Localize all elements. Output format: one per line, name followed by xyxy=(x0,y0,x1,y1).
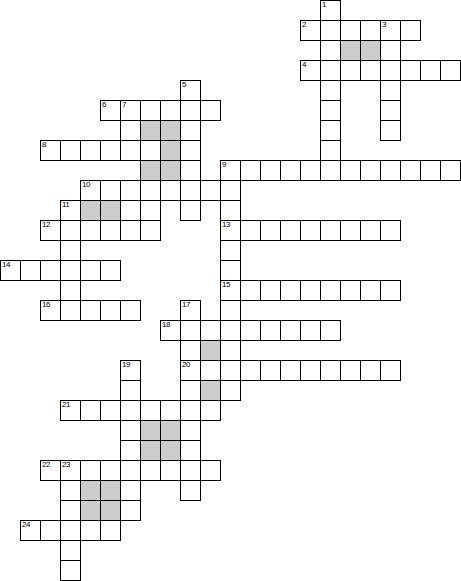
shaded-cell xyxy=(160,420,181,441)
letter-cell[interactable] xyxy=(120,200,141,221)
letter-cell[interactable] xyxy=(220,220,241,241)
letter-cell[interactable] xyxy=(320,280,341,301)
letter-cell[interactable] xyxy=(80,400,101,421)
letter-cell[interactable] xyxy=(340,220,361,241)
letter-cell[interactable] xyxy=(60,540,81,561)
letter-cell[interactable] xyxy=(220,280,241,301)
letter-cell[interactable] xyxy=(200,320,221,341)
letter-cell[interactable] xyxy=(420,60,441,81)
letter-cell[interactable] xyxy=(360,60,381,81)
letter-cell[interactable] xyxy=(120,480,141,501)
letter-cell[interactable] xyxy=(120,400,141,421)
letter-cell[interactable] xyxy=(440,160,461,181)
letter-cell[interactable] xyxy=(380,40,401,61)
letter-cell[interactable] xyxy=(60,280,81,301)
letter-cell[interactable] xyxy=(120,120,141,141)
letter-cell[interactable] xyxy=(220,240,241,261)
letter-cell[interactable] xyxy=(260,280,281,301)
shaded-cell xyxy=(100,480,121,501)
letter-cell[interactable] xyxy=(200,180,221,201)
letter-cell[interactable] xyxy=(360,360,381,381)
letter-cell[interactable] xyxy=(260,220,281,241)
letter-cell[interactable] xyxy=(180,340,201,361)
letter-cell[interactable] xyxy=(140,140,161,161)
letter-cell[interactable] xyxy=(140,180,161,201)
shaded-cell xyxy=(140,420,161,441)
letter-cell[interactable] xyxy=(60,300,81,321)
letter-cell[interactable] xyxy=(400,60,421,81)
letter-cell[interactable] xyxy=(180,100,201,121)
letter-cell[interactable] xyxy=(200,400,221,421)
letter-cell[interactable] xyxy=(120,140,141,161)
letter-cell[interactable] xyxy=(120,360,141,381)
letter-cell[interactable] xyxy=(380,120,401,141)
shaded-cell xyxy=(360,40,381,61)
letter-cell[interactable] xyxy=(120,500,141,521)
letter-cell[interactable] xyxy=(40,220,61,241)
letter-cell[interactable] xyxy=(140,200,161,221)
letter-cell[interactable] xyxy=(220,200,241,221)
letter-cell[interactable] xyxy=(320,100,341,121)
letter-cell[interactable] xyxy=(320,160,341,181)
letter-cell[interactable] xyxy=(60,260,81,281)
letter-cell[interactable] xyxy=(120,420,141,441)
letter-cell[interactable] xyxy=(180,320,201,341)
letter-cell[interactable] xyxy=(260,360,281,381)
letter-cell[interactable] xyxy=(180,160,201,181)
letter-cell[interactable] xyxy=(340,160,361,181)
letter-cell[interactable] xyxy=(20,260,41,281)
letter-cell[interactable] xyxy=(80,220,101,241)
letter-cell[interactable] xyxy=(80,260,101,281)
letter-cell[interactable] xyxy=(160,460,181,481)
letter-cell[interactable] xyxy=(120,380,141,401)
letter-cell[interactable] xyxy=(340,280,361,301)
letter-cell[interactable] xyxy=(40,520,61,541)
letter-cell[interactable] xyxy=(120,460,141,481)
letter-cell[interactable] xyxy=(280,220,301,241)
letter-cell[interactable] xyxy=(300,160,321,181)
shaded-cell xyxy=(200,340,221,361)
letter-cell[interactable] xyxy=(140,100,161,121)
letter-cell[interactable] xyxy=(280,360,301,381)
letter-cell[interactable] xyxy=(300,60,321,81)
shaded-cell xyxy=(100,200,121,221)
shaded-cell xyxy=(140,120,161,141)
letter-cell[interactable] xyxy=(300,360,321,381)
letter-cell[interactable] xyxy=(100,460,121,481)
letter-cell[interactable] xyxy=(240,160,261,181)
letter-cell[interactable] xyxy=(200,360,221,381)
letter-cell[interactable] xyxy=(180,400,201,421)
letter-cell[interactable] xyxy=(180,360,201,381)
letter-cell[interactable] xyxy=(220,320,241,341)
letter-cell[interactable] xyxy=(80,140,101,161)
letter-cell[interactable] xyxy=(320,0,341,21)
letter-cell[interactable] xyxy=(300,220,321,241)
letter-cell[interactable] xyxy=(140,220,161,241)
crossword-board: 123456789101112131415161718192021222324 xyxy=(0,0,461,581)
letter-cell[interactable] xyxy=(380,220,401,241)
letter-cell[interactable] xyxy=(60,400,81,421)
letter-cell[interactable] xyxy=(160,100,181,121)
shaded-cell xyxy=(100,500,121,521)
letter-cell[interactable] xyxy=(180,180,201,201)
letter-cell[interactable] xyxy=(100,180,121,201)
letter-cell[interactable] xyxy=(340,20,361,41)
letter-cell[interactable] xyxy=(400,160,421,181)
letter-cell[interactable] xyxy=(120,440,141,461)
letter-cell[interactable] xyxy=(60,480,81,501)
letter-cell[interactable] xyxy=(40,460,61,481)
letter-cell[interactable] xyxy=(360,160,381,181)
letter-cell[interactable] xyxy=(60,240,81,261)
letter-cell[interactable] xyxy=(440,60,461,81)
letter-cell[interactable] xyxy=(420,160,441,181)
letter-cell[interactable] xyxy=(100,220,121,241)
letter-cell[interactable] xyxy=(80,520,101,541)
letter-cell[interactable] xyxy=(300,20,321,41)
letter-cell[interactable] xyxy=(160,400,181,421)
letter-cell[interactable] xyxy=(100,300,121,321)
letter-cell[interactable] xyxy=(280,280,301,301)
letter-cell[interactable] xyxy=(60,520,81,541)
letter-cell[interactable] xyxy=(180,480,201,501)
letter-cell[interactable] xyxy=(180,420,201,441)
letter-cell[interactable] xyxy=(280,160,301,181)
letter-cell[interactable] xyxy=(380,60,401,81)
letter-cell[interactable] xyxy=(360,220,381,241)
letter-cell[interactable] xyxy=(180,140,201,161)
letter-cell[interactable] xyxy=(40,300,61,321)
letter-cell[interactable] xyxy=(180,300,201,321)
letter-cell[interactable] xyxy=(320,60,341,81)
letter-cell[interactable] xyxy=(320,360,341,381)
shaded-cell xyxy=(160,120,181,141)
letter-cell[interactable] xyxy=(220,160,241,181)
letter-cell[interactable] xyxy=(320,120,341,141)
shaded-cell xyxy=(140,440,161,461)
shaded-cell xyxy=(340,40,361,61)
shaded-cell xyxy=(80,500,101,521)
shaded-cell xyxy=(200,380,221,401)
letter-cell[interactable] xyxy=(400,20,421,41)
letter-cell[interactable] xyxy=(300,280,321,301)
shaded-cell xyxy=(80,480,101,501)
letter-cell[interactable] xyxy=(200,100,221,121)
letter-cell[interactable] xyxy=(200,460,221,481)
letter-cell[interactable] xyxy=(320,140,341,161)
letter-cell[interactable] xyxy=(120,100,141,121)
letter-cell[interactable] xyxy=(240,220,261,241)
letter-cell[interactable] xyxy=(360,280,381,301)
letter-cell[interactable] xyxy=(100,260,121,281)
letter-cell[interactable] xyxy=(60,500,81,521)
letter-cell[interactable] xyxy=(240,360,261,381)
letter-cell[interactable] xyxy=(180,80,201,101)
letter-cell[interactable] xyxy=(80,180,101,201)
letter-cell[interactable] xyxy=(320,40,341,61)
letter-cell[interactable] xyxy=(380,160,401,181)
letter-cell[interactable] xyxy=(380,360,401,381)
shaded-cell xyxy=(160,440,181,461)
letter-cell[interactable] xyxy=(60,560,81,581)
letter-cell[interactable] xyxy=(100,100,121,121)
letter-cell[interactable] xyxy=(380,80,401,101)
letter-cell[interactable] xyxy=(280,320,301,341)
letter-cell[interactable] xyxy=(100,140,121,161)
letter-cell[interactable] xyxy=(380,280,401,301)
letter-cell[interactable] xyxy=(220,300,241,321)
letter-cell[interactable] xyxy=(320,80,341,101)
letter-cell[interactable] xyxy=(160,320,181,341)
letter-cell[interactable] xyxy=(220,180,241,201)
letter-cell[interactable] xyxy=(240,320,261,341)
letter-cell[interactable] xyxy=(220,260,241,281)
letter-cell[interactable] xyxy=(180,440,201,461)
letter-cell[interactable] xyxy=(320,320,341,341)
letter-cell[interactable] xyxy=(120,300,141,321)
letter-cell[interactable] xyxy=(180,460,201,481)
letter-cell[interactable] xyxy=(60,460,81,481)
letter-cell[interactable] xyxy=(320,220,341,241)
letter-cell[interactable] xyxy=(80,460,101,481)
letter-cell[interactable] xyxy=(100,520,121,541)
shaded-cell xyxy=(160,160,181,181)
letter-cell[interactable] xyxy=(60,200,81,221)
letter-cell[interactable] xyxy=(360,20,381,41)
letter-cell[interactable] xyxy=(300,320,321,341)
shaded-cell xyxy=(80,200,101,221)
letter-cell[interactable] xyxy=(60,220,81,241)
letter-cell[interactable] xyxy=(60,140,81,161)
letter-cell[interactable] xyxy=(160,180,181,201)
shaded-cell xyxy=(160,140,181,161)
letter-cell[interactable] xyxy=(240,280,261,301)
letter-cell[interactable] xyxy=(340,360,361,381)
shaded-cell xyxy=(140,160,161,181)
letter-cell[interactable] xyxy=(80,300,101,321)
letter-cell[interactable] xyxy=(140,460,161,481)
letter-cell[interactable] xyxy=(180,120,201,141)
letter-cell[interactable] xyxy=(140,400,161,421)
letter-cell[interactable] xyxy=(220,380,241,401)
letter-cell[interactable] xyxy=(120,220,141,241)
letter-cell[interactable] xyxy=(220,360,241,381)
letter-cell[interactable] xyxy=(40,260,61,281)
letter-cell[interactable] xyxy=(380,100,401,121)
letter-cell[interactable] xyxy=(380,20,401,41)
letter-cell[interactable] xyxy=(180,200,201,221)
letter-cell[interactable] xyxy=(340,60,361,81)
letter-cell[interactable] xyxy=(180,380,201,401)
letter-cell[interactable] xyxy=(120,180,141,201)
letter-cell[interactable] xyxy=(0,260,21,281)
letter-cell[interactable] xyxy=(220,340,241,361)
letter-cell[interactable] xyxy=(100,400,121,421)
letter-cell[interactable] xyxy=(260,320,281,341)
letter-cell[interactable] xyxy=(40,140,61,161)
letter-cell[interactable] xyxy=(20,520,41,541)
letter-cell[interactable] xyxy=(320,20,341,41)
letter-cell[interactable] xyxy=(260,160,281,181)
